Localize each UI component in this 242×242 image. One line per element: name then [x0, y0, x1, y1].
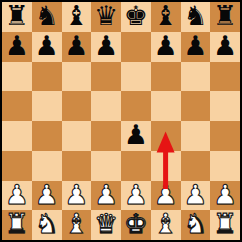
white-pawn[interactable]: ♟ — [35, 181, 59, 210]
square-h6[interactable] — [210, 62, 240, 92]
square-f7[interactable]: ♟ — [151, 32, 181, 62]
square-f2[interactable]: ♟ — [151, 181, 181, 211]
square-d8[interactable]: ♛ — [91, 2, 121, 32]
square-d4[interactable] — [91, 121, 121, 151]
square-g2[interactable]: ♟ — [181, 181, 211, 211]
square-f5[interactable] — [151, 91, 181, 121]
black-pawn[interactable]: ♟ — [183, 32, 207, 61]
chessboard: ♜♞♝♛♚♝♞♜♟♟♟♟♟♟♟♟♟♟♟♟♟♟♟♟♜♞♝♛♚♝♞♜ — [2, 2, 240, 240]
square-e2[interactable]: ♟ — [121, 181, 151, 211]
square-a8[interactable]: ♜ — [2, 2, 32, 32]
square-f3[interactable] — [151, 151, 181, 181]
square-d1[interactable]: ♛ — [91, 210, 121, 240]
white-pawn[interactable]: ♟ — [183, 181, 207, 210]
square-a6[interactable] — [2, 62, 32, 92]
black-pawn[interactable]: ♟ — [154, 32, 178, 61]
white-knight[interactable]: ♞ — [183, 210, 207, 239]
black-queen[interactable]: ♛ — [94, 2, 118, 31]
white-knight[interactable]: ♞ — [35, 210, 59, 239]
square-d3[interactable] — [91, 151, 121, 181]
black-pawn[interactable]: ♟ — [94, 32, 118, 61]
square-d5[interactable] — [91, 91, 121, 121]
black-knight[interactable]: ♞ — [35, 2, 59, 31]
square-e3[interactable] — [121, 151, 151, 181]
white-pawn[interactable]: ♟ — [64, 181, 88, 210]
square-a2[interactable]: ♟ — [2, 181, 32, 211]
square-c3[interactable] — [62, 151, 92, 181]
white-bishop[interactable]: ♝ — [64, 210, 88, 239]
square-e6[interactable] — [121, 62, 151, 92]
square-h7[interactable]: ♟ — [210, 32, 240, 62]
square-a5[interactable] — [2, 91, 32, 121]
square-c5[interactable] — [62, 91, 92, 121]
square-b7[interactable]: ♟ — [32, 32, 62, 62]
square-g3[interactable] — [181, 151, 211, 181]
black-rook[interactable]: ♜ — [5, 2, 29, 31]
white-pawn[interactable]: ♟ — [5, 181, 29, 210]
square-g1[interactable]: ♞ — [181, 210, 211, 240]
square-d2[interactable]: ♟ — [91, 181, 121, 211]
square-g7[interactable]: ♟ — [181, 32, 211, 62]
black-pawn[interactable]: ♟ — [35, 32, 59, 61]
square-a4[interactable] — [2, 121, 32, 151]
square-b6[interactable] — [32, 62, 62, 92]
square-a1[interactable]: ♜ — [2, 210, 32, 240]
square-c2[interactable]: ♟ — [62, 181, 92, 211]
black-pawn[interactable]: ♟ — [5, 32, 29, 61]
square-c7[interactable]: ♟ — [62, 32, 92, 62]
black-rook[interactable]: ♜ — [213, 2, 237, 31]
square-e5[interactable] — [121, 91, 151, 121]
square-c4[interactable] — [62, 121, 92, 151]
square-g5[interactable] — [181, 91, 211, 121]
chess-app-window: ♜♞♝♛♚♝♞♜♟♟♟♟♟♟♟♟♟♟♟♟♟♟♟♟♜♞♝♛♚♝♞♜ — [0, 0, 242, 242]
square-a3[interactable] — [2, 151, 32, 181]
square-f1[interactable]: ♝ — [151, 210, 181, 240]
square-b3[interactable] — [32, 151, 62, 181]
white-pawn[interactable]: ♟ — [94, 181, 118, 210]
square-b2[interactable]: ♟ — [32, 181, 62, 211]
square-g8[interactable]: ♞ — [181, 2, 211, 32]
black-pawn[interactable]: ♟ — [124, 121, 148, 150]
square-g6[interactable] — [181, 62, 211, 92]
white-pawn[interactable]: ♟ — [213, 181, 237, 210]
square-b8[interactable]: ♞ — [32, 2, 62, 32]
square-g4[interactable] — [181, 121, 211, 151]
square-c1[interactable]: ♝ — [62, 210, 92, 240]
square-f4[interactable] — [151, 121, 181, 151]
white-pawn[interactable]: ♟ — [154, 181, 178, 210]
square-h5[interactable] — [210, 91, 240, 121]
square-a7[interactable]: ♟ — [2, 32, 32, 62]
white-rook[interactable]: ♜ — [213, 210, 237, 239]
black-pawn[interactable]: ♟ — [213, 32, 237, 61]
square-e1[interactable]: ♚ — [121, 210, 151, 240]
black-bishop[interactable]: ♝ — [154, 2, 178, 31]
square-d6[interactable] — [91, 62, 121, 92]
white-rook[interactable]: ♜ — [5, 210, 29, 239]
white-queen[interactable]: ♛ — [94, 210, 118, 239]
black-bishop[interactable]: ♝ — [64, 2, 88, 31]
square-e8[interactable]: ♚ — [121, 2, 151, 32]
square-c8[interactable]: ♝ — [62, 2, 92, 32]
square-e7[interactable] — [121, 32, 151, 62]
square-h1[interactable]: ♜ — [210, 210, 240, 240]
square-h2[interactable]: ♟ — [210, 181, 240, 211]
square-b4[interactable] — [32, 121, 62, 151]
white-bishop[interactable]: ♝ — [154, 210, 178, 239]
square-b5[interactable] — [32, 91, 62, 121]
square-h3[interactable] — [210, 151, 240, 181]
square-h4[interactable] — [210, 121, 240, 151]
white-king[interactable]: ♚ — [124, 210, 148, 239]
square-h8[interactable]: ♜ — [210, 2, 240, 32]
black-pawn[interactable]: ♟ — [64, 32, 88, 61]
square-e4[interactable]: ♟ — [121, 121, 151, 151]
square-b1[interactable]: ♞ — [32, 210, 62, 240]
square-f6[interactable] — [151, 62, 181, 92]
black-king[interactable]: ♚ — [124, 2, 148, 31]
square-d7[interactable]: ♟ — [91, 32, 121, 62]
white-pawn[interactable]: ♟ — [124, 181, 148, 210]
black-knight[interactable]: ♞ — [183, 2, 207, 31]
square-c6[interactable] — [62, 62, 92, 92]
square-f8[interactable]: ♝ — [151, 2, 181, 32]
